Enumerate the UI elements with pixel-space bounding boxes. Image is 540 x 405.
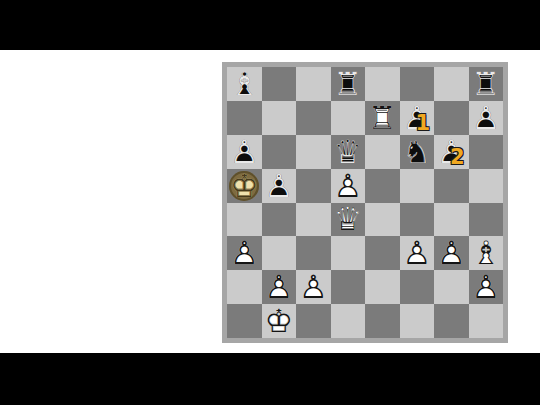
- square-f5[interactable]: [400, 169, 435, 203]
- square-a2[interactable]: [227, 270, 262, 304]
- square-b5[interactable]: ♟♙: [262, 169, 297, 203]
- square-f8[interactable]: [400, 67, 435, 101]
- square-b6[interactable]: [262, 135, 297, 169]
- square-g4[interactable]: [434, 203, 469, 237]
- move-number-badge: 1: [415, 113, 430, 134]
- square-h4[interactable]: [469, 203, 504, 237]
- square-f4[interactable]: [400, 203, 435, 237]
- piece-black-pawn[interactable]: ♟♙: [227, 135, 262, 169]
- square-b4[interactable]: [262, 203, 297, 237]
- piece-glyph-outline: ♙: [331, 169, 366, 203]
- piece-glyph-outline: ♙: [434, 236, 469, 270]
- square-f1[interactable]: [400, 304, 435, 338]
- piece-glyph-outline: ♖: [331, 67, 366, 101]
- square-a7[interactable]: [227, 101, 262, 135]
- piece-white-queen[interactable]: ♛♕: [331, 203, 366, 237]
- square-g1[interactable]: [434, 304, 469, 338]
- square-d7[interactable]: [331, 101, 366, 135]
- square-e8[interactable]: [365, 67, 400, 101]
- square-c3[interactable]: [296, 236, 331, 270]
- piece-black-knight[interactable]: ♞♘: [400, 135, 435, 169]
- square-h2[interactable]: ♟♙: [469, 270, 504, 304]
- square-h3[interactable]: ♝♗: [469, 236, 504, 270]
- bottom-letterbox-bar: [0, 353, 540, 405]
- square-a5[interactable]: ♚♔: [227, 169, 262, 203]
- square-g6[interactable]: ♟♙2: [434, 135, 469, 169]
- piece-white-pawn[interactable]: ♟♙: [469, 270, 504, 304]
- piece-glyph-outline: ♙: [262, 169, 297, 203]
- piece-white-king[interactable]: ♚♔: [262, 304, 297, 338]
- square-g2[interactable]: [434, 270, 469, 304]
- piece-glyph-outline: ♙: [469, 101, 504, 135]
- square-d2[interactable]: [331, 270, 366, 304]
- square-f3[interactable]: ♟♙: [400, 236, 435, 270]
- chess-board: ♝♗♜♖♜♖♜♖♟♙1♟♙♟♙♛♕♞♘♟♙2♚♔♟♙♟♙♛♕♟♙♟♙♟♙♝♗♟♙…: [222, 62, 508, 343]
- piece-white-pawn[interactable]: ♟♙: [262, 270, 297, 304]
- square-e7[interactable]: ♜♖: [365, 101, 400, 135]
- piece-glyph-outline: ♔: [262, 304, 297, 338]
- piece-white-pawn[interactable]: ♟♙: [331, 169, 366, 203]
- piece-black-queen[interactable]: ♛♕: [331, 135, 366, 169]
- square-e6[interactable]: [365, 135, 400, 169]
- square-e3[interactable]: [365, 236, 400, 270]
- square-d6[interactable]: ♛♕: [331, 135, 366, 169]
- square-d1[interactable]: [331, 304, 366, 338]
- square-e1[interactable]: [365, 304, 400, 338]
- piece-glyph-outline: ♙: [262, 270, 297, 304]
- square-g3[interactable]: ♟♙: [434, 236, 469, 270]
- piece-glyph-outline: ♖: [365, 101, 400, 135]
- square-c2[interactable]: ♟♙: [296, 270, 331, 304]
- square-a6[interactable]: ♟♙: [227, 135, 262, 169]
- top-letterbox-bar: [0, 0, 540, 50]
- piece-glyph-outline: ♗: [227, 67, 262, 101]
- square-e2[interactable]: [365, 270, 400, 304]
- piece-glyph-outline: ♙: [296, 270, 331, 304]
- square-c7[interactable]: [296, 101, 331, 135]
- piece-white-rook[interactable]: ♜♖: [365, 101, 400, 135]
- square-f2[interactable]: [400, 270, 435, 304]
- square-f7[interactable]: ♟♙1: [400, 101, 435, 135]
- square-h6[interactable]: [469, 135, 504, 169]
- square-b8[interactable]: [262, 67, 297, 101]
- square-a1[interactable]: [227, 304, 262, 338]
- piece-glyph-outline: ♔: [227, 169, 262, 203]
- square-d3[interactable]: [331, 236, 366, 270]
- square-b2[interactable]: ♟♙: [262, 270, 297, 304]
- piece-white-pawn[interactable]: ♟♙: [227, 236, 262, 270]
- square-h1[interactable]: [469, 304, 504, 338]
- square-d8[interactable]: ♜♖: [331, 67, 366, 101]
- piece-glyph-outline: ♙: [227, 236, 262, 270]
- square-a3[interactable]: ♟♙: [227, 236, 262, 270]
- square-b3[interactable]: [262, 236, 297, 270]
- square-a4[interactable]: [227, 203, 262, 237]
- piece-glyph-outline: ♘: [400, 135, 435, 169]
- square-g5[interactable]: [434, 169, 469, 203]
- piece-white-pawn[interactable]: ♟♙: [400, 236, 435, 270]
- square-h7[interactable]: ♟♙: [469, 101, 504, 135]
- piece-black-bishop[interactable]: ♝♗: [227, 67, 262, 101]
- square-c4[interactable]: [296, 203, 331, 237]
- square-h8[interactable]: ♜♖: [469, 67, 504, 101]
- piece-white-bishop[interactable]: ♝♗: [469, 236, 504, 270]
- piece-black-rook[interactable]: ♜♖: [469, 67, 504, 101]
- square-f6[interactable]: ♞♘: [400, 135, 435, 169]
- piece-glyph-outline: ♙: [400, 236, 435, 270]
- screen: ♝♗♜♖♜♖♜♖♟♙1♟♙♟♙♛♕♞♘♟♙2♚♔♟♙♟♙♛♕♟♙♟♙♟♙♝♗♟♙…: [0, 0, 540, 405]
- square-g8[interactable]: [434, 67, 469, 101]
- square-d4[interactable]: ♛♕: [331, 203, 366, 237]
- piece-black-pawn[interactable]: ♟♙: [262, 169, 297, 203]
- piece-glyph-outline: ♖: [469, 67, 504, 101]
- piece-glyph-outline: ♕: [331, 135, 366, 169]
- square-d5[interactable]: ♟♙: [331, 169, 366, 203]
- square-c5[interactable]: [296, 169, 331, 203]
- square-c8[interactable]: [296, 67, 331, 101]
- piece-glyph-outline: ♙: [469, 270, 504, 304]
- square-c1[interactable]: [296, 304, 331, 338]
- piece-black-pawn[interactable]: ♟♙: [469, 101, 504, 135]
- piece-black-rook[interactable]: ♜♖: [331, 67, 366, 101]
- square-h5[interactable]: [469, 169, 504, 203]
- piece-white-pawn[interactable]: ♟♙: [434, 236, 469, 270]
- piece-glyph-outline: ♕: [331, 203, 366, 237]
- piece-glyph-outline: ♗: [469, 236, 504, 270]
- square-b1[interactable]: ♚♔: [262, 304, 297, 338]
- square-e5[interactable]: [365, 169, 400, 203]
- piece-white-pawn[interactable]: ♟♙: [296, 270, 331, 304]
- square-a8[interactable]: ♝♗: [227, 67, 262, 101]
- move-number-badge: 2: [450, 147, 465, 168]
- square-c6[interactable]: [296, 135, 331, 169]
- square-b7[interactable]: [262, 101, 297, 135]
- square-g7[interactable]: [434, 101, 469, 135]
- square-e4[interactable]: [365, 203, 400, 237]
- piece-black-king[interactable]: ♚♔: [227, 169, 262, 203]
- piece-glyph-outline: ♙: [227, 135, 262, 169]
